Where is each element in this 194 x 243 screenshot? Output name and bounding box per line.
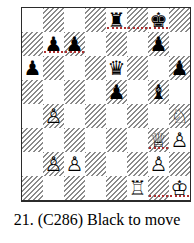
black-pawn: ♟ [169,56,190,80]
square-b7: ♟ [43,32,64,56]
square-g3: ♕ [148,128,169,152]
square-f1: ♖ [127,176,148,200]
white-pawn: ♙ [148,152,169,176]
square-e2 [106,152,127,176]
red-underline-mark [149,147,168,149]
square-e1 [106,176,127,200]
square-h4: ♘ [169,104,190,128]
white-pawn: ♙ [64,152,85,176]
square-d6 [85,56,106,80]
square-d1 [85,176,106,200]
black-pawn: ♟ [22,56,43,80]
chess-diagram-page: ♜♚♟♟♟♟♛♟♟♝♙♘♕♙♙♙♙♖♔ 21. (C286) Black to … [0,0,194,243]
square-g5: ♝ [148,80,169,104]
square-a8 [22,8,43,32]
square-b1 [43,176,64,200]
square-c2: ♙ [64,152,85,176]
square-g2: ♙ [148,152,169,176]
square-h2 [169,152,190,176]
white-rook: ♖ [127,176,148,200]
square-a3 [22,128,43,152]
red-underline-mark [149,27,168,29]
square-d8 [85,8,106,32]
square-f7 [127,32,148,56]
square-a6: ♟ [22,56,43,80]
square-g1 [148,176,169,200]
white-knight: ♘ [169,104,190,128]
square-c8 [64,8,85,32]
red-underline-mark [149,195,168,197]
square-e5: ♟ [106,80,127,104]
square-g8: ♚ [148,8,169,32]
black-bishop: ♝ [148,80,169,104]
square-e3 [106,128,127,152]
square-g4 [148,104,169,128]
square-c3 [64,128,85,152]
square-f5 [127,80,148,104]
square-e8: ♜ [106,8,127,32]
square-b4: ♙ [43,104,64,128]
square-b8 [43,8,64,32]
square-a2 [22,152,43,176]
square-a1 [22,176,43,200]
red-underline-mark [44,51,63,53]
square-h7 [169,32,190,56]
square-c7: ♟ [64,32,85,56]
square-f6 [127,56,148,80]
square-f2 [127,152,148,176]
square-d3 [85,128,106,152]
square-g6 [148,56,169,80]
square-a4 [22,104,43,128]
square-g7: ♟ [148,32,169,56]
square-e4 [106,104,127,128]
black-queen: ♛ [106,56,127,80]
square-e7 [106,32,127,56]
square-a7 [22,32,43,56]
square-b6 [43,56,64,80]
square-h3: ♙ [169,128,190,152]
square-e6: ♛ [106,56,127,80]
square-b2: ♙ [43,152,64,176]
square-a5 [22,80,43,104]
black-pawn: ♟ [106,80,127,104]
square-d5 [85,80,106,104]
white-pawn: ♙ [43,104,64,128]
square-h5 [169,80,190,104]
white-pawn: ♙ [169,128,190,152]
white-pawn: ♙ [43,152,64,176]
square-d7 [85,32,106,56]
square-b3 [43,128,64,152]
square-c5 [64,80,85,104]
square-h6: ♟ [169,56,190,80]
red-underline-mark [65,51,84,53]
black-pawn: ♟ [148,32,169,56]
square-h1: ♔ [169,176,190,200]
square-d4 [85,104,106,128]
square-b5 [43,80,64,104]
square-c4 [64,104,85,128]
square-d2 [85,152,106,176]
square-h8 [169,8,190,32]
square-f4 [127,104,148,128]
diagram-caption: 21. (C286) Black to move [0,211,194,229]
red-underline-mark [128,27,147,29]
red-underline-mark [107,27,126,29]
square-f3 [127,128,148,152]
red-underline-mark [170,195,189,197]
square-c6 [64,56,85,80]
chess-board: ♜♚♟♟♟♟♛♟♟♝♙♘♕♙♙♙♙♖♔ [21,7,191,202]
square-c1 [64,176,85,200]
square-f8 [127,8,148,32]
